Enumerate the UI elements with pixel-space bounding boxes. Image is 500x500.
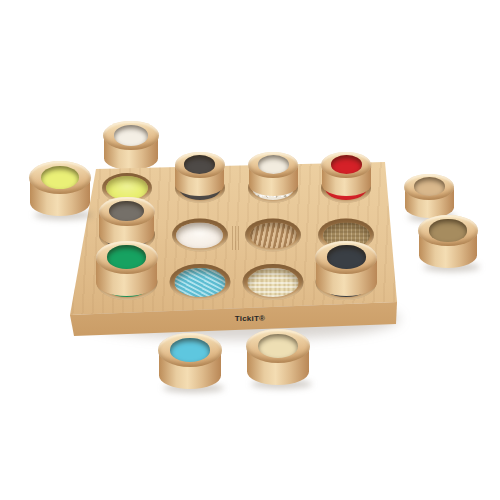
texture-cup-hessian[interactable] [418, 215, 478, 268]
board-cell-r1c3[interactable] [237, 164, 310, 211]
texture-cup-white-sand[interactable] [248, 152, 298, 196]
texture-cup-red-felt[interactable] [321, 152, 371, 196]
texture-board: TickiT® [60, 150, 410, 345]
texture-cup-dark-smooth[interactable] [315, 241, 377, 296]
texture-disc-white-sand [258, 155, 289, 173]
board-cell-r3c3[interactable] [237, 258, 310, 305]
texture-disc-ridged-wood [250, 222, 297, 248]
recess [172, 218, 228, 251]
board-cell-r2c3[interactable] [237, 211, 310, 258]
texture-disc-green-smooth [107, 245, 145, 268]
texture-disc-blue-towelling [174, 268, 225, 297]
recess [169, 264, 230, 300]
texture-cup-dark-grey-felt[interactable] [175, 152, 225, 196]
recess-grid [90, 164, 383, 305]
texture-disc-yellow-felt [41, 166, 79, 189]
texture-cup-grey-gravel[interactable] [99, 197, 155, 246]
texture-cup-cream-weave[interactable] [246, 329, 310, 385]
texture-disc-white-fleece [176, 222, 223, 248]
texture-disc-red-felt [331, 155, 362, 173]
texture-disc-hessian [429, 219, 466, 241]
brand-logo: TickiT® [210, 314, 290, 323]
board-cell-r1c2[interactable] [163, 164, 236, 211]
texture-disc-dark-grey-felt [184, 155, 215, 173]
texture-disc-grey-gravel [109, 201, 144, 222]
board-cell-r2c2[interactable] [163, 211, 236, 258]
recess [245, 218, 301, 251]
texture-cup-light-wood[interactable] [404, 174, 454, 218]
recess [243, 264, 304, 300]
board-cell-r3c1[interactable] [90, 258, 163, 305]
product-photo-stage: TickiT® [0, 0, 500, 500]
texture-disc-light-wood [414, 177, 445, 195]
texture-disc-blue-towelling [170, 338, 210, 362]
texture-cup-blue-towelling[interactable] [158, 333, 222, 389]
board-cell-r3c4[interactable] [310, 258, 383, 305]
texture-cup-green-smooth[interactable] [96, 241, 158, 296]
board-cell-r1c4[interactable] [310, 164, 383, 211]
texture-disc-white-fleece [114, 125, 149, 146]
board-cell-r3c2[interactable] [163, 258, 236, 305]
texture-disc-cream-weave [258, 334, 298, 358]
texture-disc-cream-weave [248, 268, 299, 297]
texture-disc-dark-smooth [327, 245, 365, 268]
texture-cup-yellow-felt[interactable] [29, 161, 91, 216]
